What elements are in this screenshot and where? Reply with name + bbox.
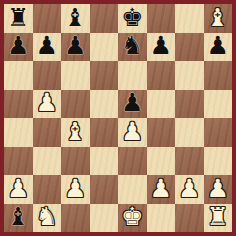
square-h5[interactable] [204,90,233,119]
square-a1[interactable]: ♝ [4,204,33,233]
piece-black-pawn: ♟ [36,33,58,58]
square-f4[interactable] [147,118,176,147]
square-f1[interactable] [147,204,176,233]
square-b7[interactable]: ♟ [33,33,62,62]
square-f5[interactable] [147,90,176,119]
square-b3[interactable] [33,147,62,176]
square-c2[interactable]: ♟ [61,175,90,204]
piece-white-rook: ♜ [207,204,229,229]
piece-white-pawn: ♟ [150,176,172,201]
square-d8[interactable] [90,4,119,33]
square-c4[interactable]: ♝ [61,118,90,147]
piece-black-pawn: ♟ [7,33,29,58]
square-h1[interactable]: ♜ [204,204,233,233]
square-f8[interactable] [147,4,176,33]
square-d6[interactable] [90,61,119,90]
square-c1[interactable] [61,204,90,233]
square-g1[interactable] [175,204,204,233]
square-c3[interactable] [61,147,90,176]
piece-black-pawn: ♟ [207,33,229,58]
square-d3[interactable] [90,147,119,176]
piece-white-knight: ♞ [36,204,58,229]
square-f7[interactable]: ♟ [147,33,176,62]
piece-black-bishop: ♝ [64,5,86,30]
piece-black-king: ♚ [121,5,143,30]
square-e6[interactable] [118,61,147,90]
piece-black-pawn: ♟ [64,33,86,58]
square-g8[interactable] [175,4,204,33]
square-a2[interactable]: ♟ [4,175,33,204]
square-b2[interactable] [33,175,62,204]
square-g3[interactable] [175,147,204,176]
square-e3[interactable] [118,147,147,176]
square-c6[interactable] [61,61,90,90]
square-a5[interactable] [4,90,33,119]
piece-white-bishop: ♝ [207,5,229,30]
square-a7[interactable]: ♟ [4,33,33,62]
square-b1[interactable]: ♞ [33,204,62,233]
square-g5[interactable] [175,90,204,119]
piece-white-pawn: ♟ [64,176,86,201]
square-a8[interactable]: ♜ [4,4,33,33]
square-d5[interactable] [90,90,119,119]
square-h6[interactable] [204,61,233,90]
square-e4[interactable]: ♟ [118,118,147,147]
square-c7[interactable]: ♟ [61,33,90,62]
square-c8[interactable]: ♝ [61,4,90,33]
piece-white-pawn: ♟ [7,176,29,201]
square-a4[interactable] [4,118,33,147]
piece-white-king: ♚ [121,204,143,229]
square-f2[interactable]: ♟ [147,175,176,204]
square-h8[interactable]: ♝ [204,4,233,33]
square-h2[interactable]: ♟ [204,175,233,204]
square-e1[interactable]: ♚ [118,204,147,233]
square-e5[interactable]: ♟ [118,90,147,119]
square-g2[interactable]: ♟ [175,175,204,204]
piece-black-pawn: ♟ [121,90,143,115]
piece-black-bishop: ♝ [7,204,29,229]
piece-white-bishop: ♝ [64,119,86,144]
piece-white-pawn: ♟ [178,176,200,201]
square-f3[interactable] [147,147,176,176]
piece-black-rook: ♜ [7,5,29,30]
square-b6[interactable] [33,61,62,90]
square-g4[interactable] [175,118,204,147]
square-b8[interactable] [33,4,62,33]
square-a3[interactable] [4,147,33,176]
piece-black-knight: ♞ [121,33,143,58]
piece-white-pawn: ♟ [207,176,229,201]
square-d4[interactable] [90,118,119,147]
square-c5[interactable] [61,90,90,119]
piece-white-pawn: ♟ [36,90,58,115]
square-h7[interactable]: ♟ [204,33,233,62]
square-b4[interactable] [33,118,62,147]
square-f6[interactable] [147,61,176,90]
square-h4[interactable] [204,118,233,147]
square-e2[interactable] [118,175,147,204]
square-d7[interactable] [90,33,119,62]
piece-black-pawn: ♟ [150,33,172,58]
square-e8[interactable]: ♚ [118,4,147,33]
piece-white-pawn: ♟ [121,119,143,144]
square-g6[interactable] [175,61,204,90]
square-h3[interactable] [204,147,233,176]
square-g7[interactable] [175,33,204,62]
square-a6[interactable] [4,61,33,90]
chess-board: ♜♝♚♝♟♟♟♞♟♟♟♟♝♟♟♟♟♟♟♝♞♚♜ [0,0,236,236]
square-b5[interactable]: ♟ [33,90,62,119]
square-d2[interactable] [90,175,119,204]
square-e7[interactable]: ♞ [118,33,147,62]
square-d1[interactable] [90,204,119,233]
